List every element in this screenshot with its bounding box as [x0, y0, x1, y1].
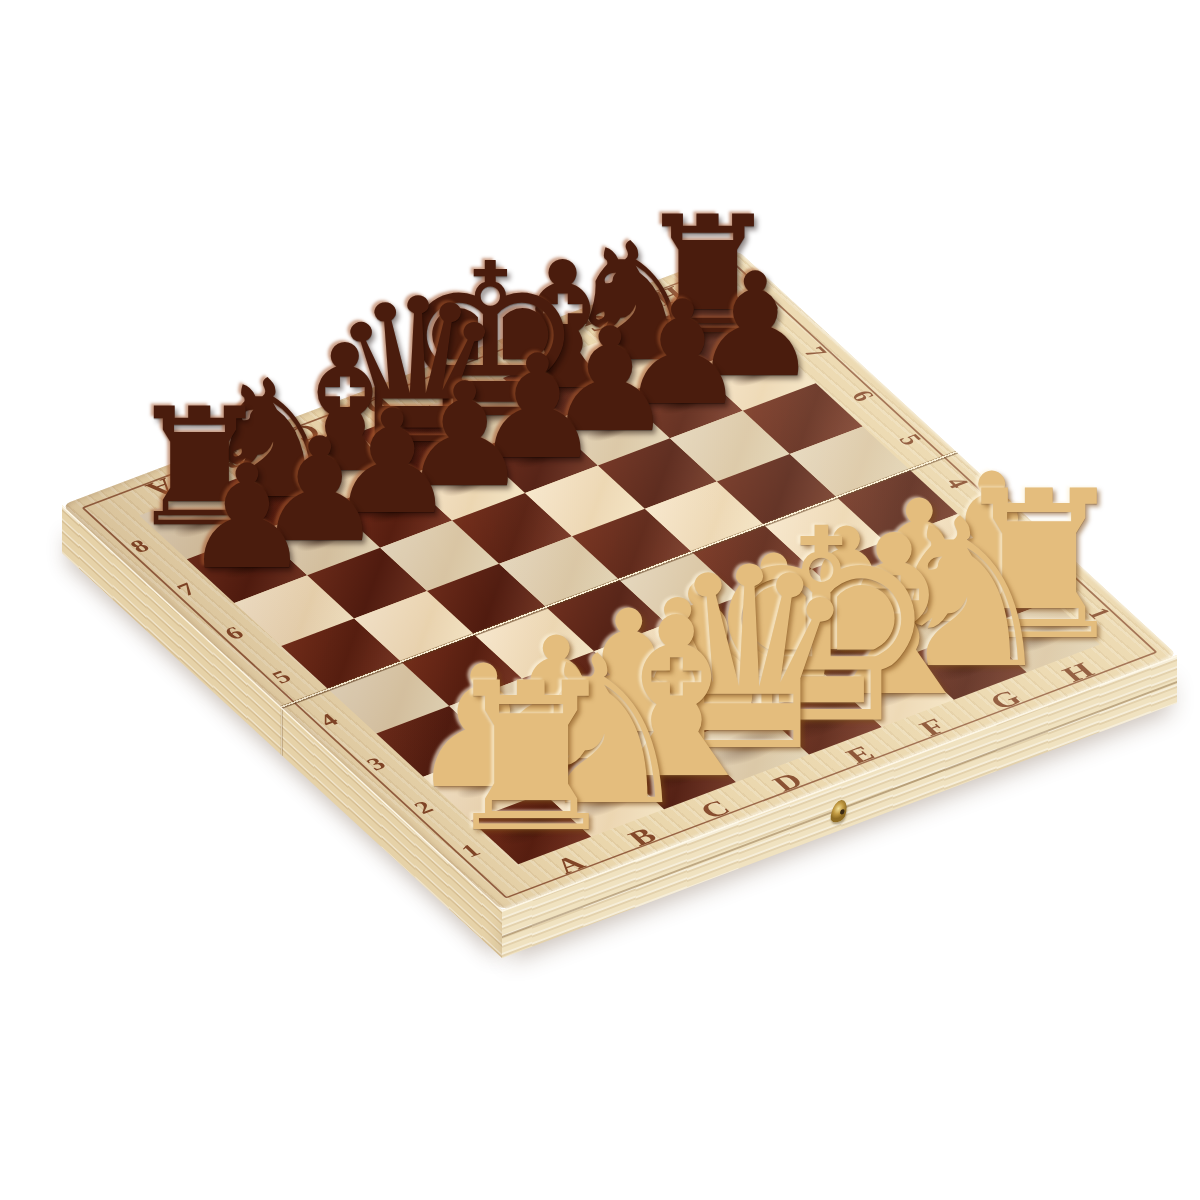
pieces-layer: ♜♞♝♛♚♝♞♜♟♟♟♟♟♟♟♟♟♟♟♟♟♟♟♟♜♞♝♛♚♝♞♜: [0, 0, 1200, 1200]
product-photo-scene: 8765432187654321ABCDEFGHABCDEFGH ♜♞♝♛♚♝♞…: [0, 0, 1200, 1200]
piece-black-pawn-a7: ♟: [183, 446, 312, 590]
piece-white-rook-a1: ♜: [439, 656, 623, 861]
